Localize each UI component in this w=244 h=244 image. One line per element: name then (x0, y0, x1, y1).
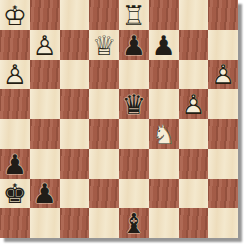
square-h6[interactable]: ♟♙ (208, 60, 238, 90)
black-piece-glyph: ♟ (30, 179, 60, 209)
square-d6[interactable] (89, 60, 119, 90)
square-g5[interactable]: ♟♙ (179, 89, 209, 119)
square-b1[interactable] (30, 208, 60, 238)
square-a8[interactable]: ♚♔ (0, 0, 30, 30)
black-pawn-a3: ♟ (0, 149, 30, 179)
square-h4[interactable] (208, 119, 238, 149)
square-e7[interactable]: ♟ (119, 30, 149, 60)
square-h2[interactable] (208, 179, 238, 209)
white-piece-outline-glyph: ♔ (0, 0, 30, 30)
black-piece-glyph: ♟ (0, 149, 30, 179)
white-piece-outline-glyph: ♘ (149, 119, 179, 149)
black-pawn-b2: ♟ (30, 179, 60, 209)
square-a1[interactable] (0, 208, 30, 238)
square-f1[interactable] (149, 208, 179, 238)
square-b2[interactable]: ♟ (30, 179, 60, 209)
white-queen-d7: ♛♕ (89, 30, 119, 60)
square-e2[interactable] (119, 179, 149, 209)
square-e4[interactable] (119, 119, 149, 149)
square-h1[interactable] (208, 208, 238, 238)
chess-board: ♚♔♜♖♟♙♛♕♟♟♟♙♟♙♛♟♙♞♘♟♚♟♝ (0, 0, 238, 238)
square-c4[interactable] (60, 119, 90, 149)
square-d3[interactable] (89, 149, 119, 179)
square-f7[interactable]: ♟ (149, 30, 179, 60)
square-c5[interactable] (60, 89, 90, 119)
white-pawn-a6: ♟♙ (0, 60, 30, 90)
square-f8[interactable] (149, 0, 179, 30)
square-d8[interactable] (89, 0, 119, 30)
square-b6[interactable] (30, 60, 60, 90)
square-g2[interactable] (179, 179, 209, 209)
square-c1[interactable] (60, 208, 90, 238)
white-piece-outline-glyph: ♕ (89, 30, 119, 60)
square-a3[interactable]: ♟ (0, 149, 30, 179)
square-e6[interactable] (119, 60, 149, 90)
square-b7[interactable]: ♟♙ (30, 30, 60, 60)
square-a6[interactable]: ♟♙ (0, 60, 30, 90)
square-e1[interactable]: ♝ (119, 208, 149, 238)
white-piece-outline-glyph: ♖ (119, 0, 149, 30)
square-b5[interactable] (30, 89, 60, 119)
white-pawn-g5: ♟♙ (179, 89, 209, 119)
square-c6[interactable] (60, 60, 90, 90)
square-e8[interactable]: ♜♖ (119, 0, 149, 30)
black-piece-glyph: ♛ (119, 89, 149, 119)
black-piece-glyph: ♚ (0, 179, 30, 209)
square-a5[interactable] (0, 89, 30, 119)
square-f6[interactable] (149, 60, 179, 90)
white-piece-outline-glyph: ♙ (30, 30, 60, 60)
black-pawn-f7: ♟ (149, 30, 179, 60)
square-h8[interactable] (208, 0, 238, 30)
square-d7[interactable]: ♛♕ (89, 30, 119, 60)
square-d2[interactable] (89, 179, 119, 209)
square-b4[interactable] (30, 119, 60, 149)
square-e5[interactable]: ♛ (119, 89, 149, 119)
square-f4[interactable]: ♞♘ (149, 119, 179, 149)
white-piece-outline-glyph: ♙ (179, 89, 209, 119)
square-g8[interactable] (179, 0, 209, 30)
black-bishop-e1: ♝ (119, 208, 149, 238)
square-b3[interactable] (30, 149, 60, 179)
square-f5[interactable] (149, 89, 179, 119)
white-pawn-h6: ♟♙ (208, 60, 238, 90)
square-g7[interactable] (179, 30, 209, 60)
white-pawn-b7: ♟♙ (30, 30, 60, 60)
square-e3[interactable] (119, 149, 149, 179)
black-piece-glyph: ♝ (119, 208, 149, 238)
square-c7[interactable] (60, 30, 90, 60)
black-king-a2: ♚ (0, 179, 30, 209)
square-f3[interactable] (149, 149, 179, 179)
square-g6[interactable] (179, 60, 209, 90)
black-piece-glyph: ♟ (119, 30, 149, 60)
square-a7[interactable] (0, 30, 30, 60)
black-pawn-e7: ♟ (119, 30, 149, 60)
square-a2[interactable]: ♚ (0, 179, 30, 209)
square-c2[interactable] (60, 179, 90, 209)
black-piece-glyph: ♟ (149, 30, 179, 60)
square-a4[interactable] (0, 119, 30, 149)
square-g4[interactable] (179, 119, 209, 149)
square-h3[interactable] (208, 149, 238, 179)
square-d5[interactable] (89, 89, 119, 119)
square-h5[interactable] (208, 89, 238, 119)
square-g3[interactable] (179, 149, 209, 179)
square-d1[interactable] (89, 208, 119, 238)
square-f2[interactable] (149, 179, 179, 209)
square-h7[interactable] (208, 30, 238, 60)
square-b8[interactable] (30, 0, 60, 30)
square-d4[interactable] (89, 119, 119, 149)
chess-diagram-frame: ♚♔♜♖♟♙♛♕♟♟♟♙♟♙♛♟♙♞♘♟♚♟♝ (0, 0, 244, 244)
white-piece-outline-glyph: ♙ (0, 60, 30, 90)
white-piece-outline-glyph: ♙ (208, 60, 238, 90)
black-queen-e5: ♛ (119, 89, 149, 119)
white-king-a8: ♚♔ (0, 0, 30, 30)
white-knight-f4: ♞♘ (149, 119, 179, 149)
square-c8[interactable] (60, 0, 90, 30)
square-g1[interactable] (179, 208, 209, 238)
square-c3[interactable] (60, 149, 90, 179)
white-rook-e8: ♜♖ (119, 0, 149, 30)
